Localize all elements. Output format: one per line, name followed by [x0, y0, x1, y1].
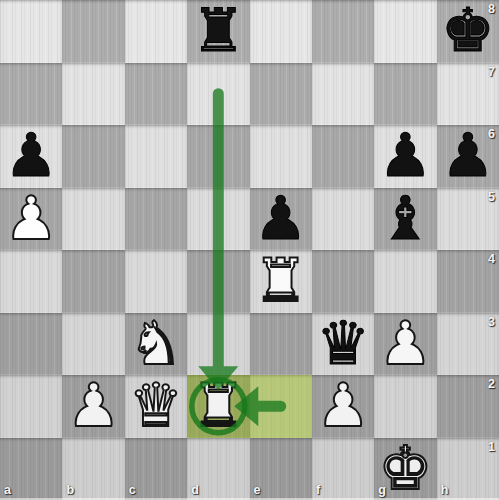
square-g6[interactable]: ♟ [374, 125, 436, 188]
square-h8[interactable]: ♚ [437, 0, 499, 63]
square-e6[interactable] [250, 125, 312, 188]
square-a8[interactable] [0, 0, 62, 63]
square-f8[interactable] [312, 0, 374, 63]
square-d2[interactable]: ♜ [187, 375, 249, 438]
square-g7[interactable] [374, 63, 436, 126]
piece-white-king[interactable]: ♚ [379, 438, 433, 498]
square-h6[interactable]: ♟ [437, 125, 499, 188]
square-d4[interactable] [187, 250, 249, 313]
piece-black-rook[interactable]: ♜ [191, 0, 245, 60]
square-c3[interactable]: ♞ [125, 313, 187, 376]
square-c7[interactable] [125, 63, 187, 126]
piece-white-queen[interactable]: ♛ [129, 375, 183, 435]
square-b2[interactable]: ♟ [62, 375, 124, 438]
square-e7[interactable] [250, 63, 312, 126]
piece-white-rook[interactable]: ♜ [254, 250, 308, 310]
square-b1[interactable] [62, 438, 124, 500]
square-e1[interactable] [250, 438, 312, 500]
piece-black-queen[interactable]: ♛ [316, 313, 370, 373]
piece-black-king[interactable]: ♚ [441, 0, 495, 60]
square-d6[interactable] [187, 125, 249, 188]
square-g8[interactable] [374, 0, 436, 63]
square-h2[interactable] [437, 375, 499, 438]
square-g3[interactable]: ♟ [374, 313, 436, 376]
square-a6[interactable]: ♟ [0, 125, 62, 188]
piece-black-pawn[interactable]: ♟ [4, 125, 58, 185]
square-b3[interactable] [62, 313, 124, 376]
square-d5[interactable] [187, 188, 249, 251]
square-a1[interactable] [0, 438, 62, 500]
square-h3[interactable] [437, 313, 499, 376]
piece-black-pawn[interactable]: ♟ [254, 188, 308, 248]
chess-board: ♜♚♟♟♟♟♟♝♜♞♛♟♟♛♜♟♚ abcdefgh87654321 [0, 0, 499, 500]
square-d3[interactable] [187, 313, 249, 376]
square-e3[interactable] [250, 313, 312, 376]
square-f5[interactable] [312, 188, 374, 251]
piece-black-bishop[interactable]: ♝ [379, 188, 433, 248]
piece-white-rook[interactable]: ♜ [191, 375, 245, 435]
chess-board-squares: ♜♚♟♟♟♟♟♝♜♞♛♟♟♛♜♟♚ [0, 0, 499, 500]
piece-white-knight[interactable]: ♞ [129, 313, 183, 373]
square-f6[interactable] [312, 125, 374, 188]
square-a4[interactable] [0, 250, 62, 313]
square-b8[interactable] [62, 0, 124, 63]
square-e2[interactable] [250, 375, 312, 438]
square-e5[interactable]: ♟ [250, 188, 312, 251]
square-b6[interactable] [62, 125, 124, 188]
piece-white-pawn[interactable]: ♟ [316, 375, 370, 435]
piece-white-pawn[interactable]: ♟ [67, 375, 121, 435]
piece-black-pawn[interactable]: ♟ [441, 125, 495, 185]
square-b4[interactable] [62, 250, 124, 313]
square-f4[interactable] [312, 250, 374, 313]
square-g2[interactable] [374, 375, 436, 438]
square-a7[interactable] [0, 63, 62, 126]
square-c4[interactable] [125, 250, 187, 313]
square-h1[interactable] [437, 438, 499, 500]
square-e8[interactable] [250, 0, 312, 63]
square-f3[interactable]: ♛ [312, 313, 374, 376]
square-h4[interactable] [437, 250, 499, 313]
square-e4[interactable]: ♜ [250, 250, 312, 313]
square-c8[interactable] [125, 0, 187, 63]
square-a2[interactable] [0, 375, 62, 438]
square-f2[interactable]: ♟ [312, 375, 374, 438]
square-g5[interactable]: ♝ [374, 188, 436, 251]
square-b5[interactable] [62, 188, 124, 251]
square-d1[interactable] [187, 438, 249, 500]
square-h5[interactable] [437, 188, 499, 251]
piece-black-pawn[interactable]: ♟ [379, 125, 433, 185]
square-h7[interactable] [437, 63, 499, 126]
square-d8[interactable]: ♜ [187, 0, 249, 63]
square-c2[interactable]: ♛ [125, 375, 187, 438]
square-a5[interactable]: ♟ [0, 188, 62, 251]
piece-white-pawn[interactable]: ♟ [4, 188, 58, 248]
square-d7[interactable] [187, 63, 249, 126]
square-f7[interactable] [312, 63, 374, 126]
square-c1[interactable] [125, 438, 187, 500]
piece-white-pawn[interactable]: ♟ [379, 313, 433, 373]
square-c6[interactable] [125, 125, 187, 188]
square-b7[interactable] [62, 63, 124, 126]
square-c5[interactable] [125, 188, 187, 251]
square-g1[interactable]: ♚ [374, 438, 436, 500]
square-a3[interactable] [0, 313, 62, 376]
square-f1[interactable] [312, 438, 374, 500]
highlight-e2 [250, 375, 312, 438]
square-g4[interactable] [374, 250, 436, 313]
